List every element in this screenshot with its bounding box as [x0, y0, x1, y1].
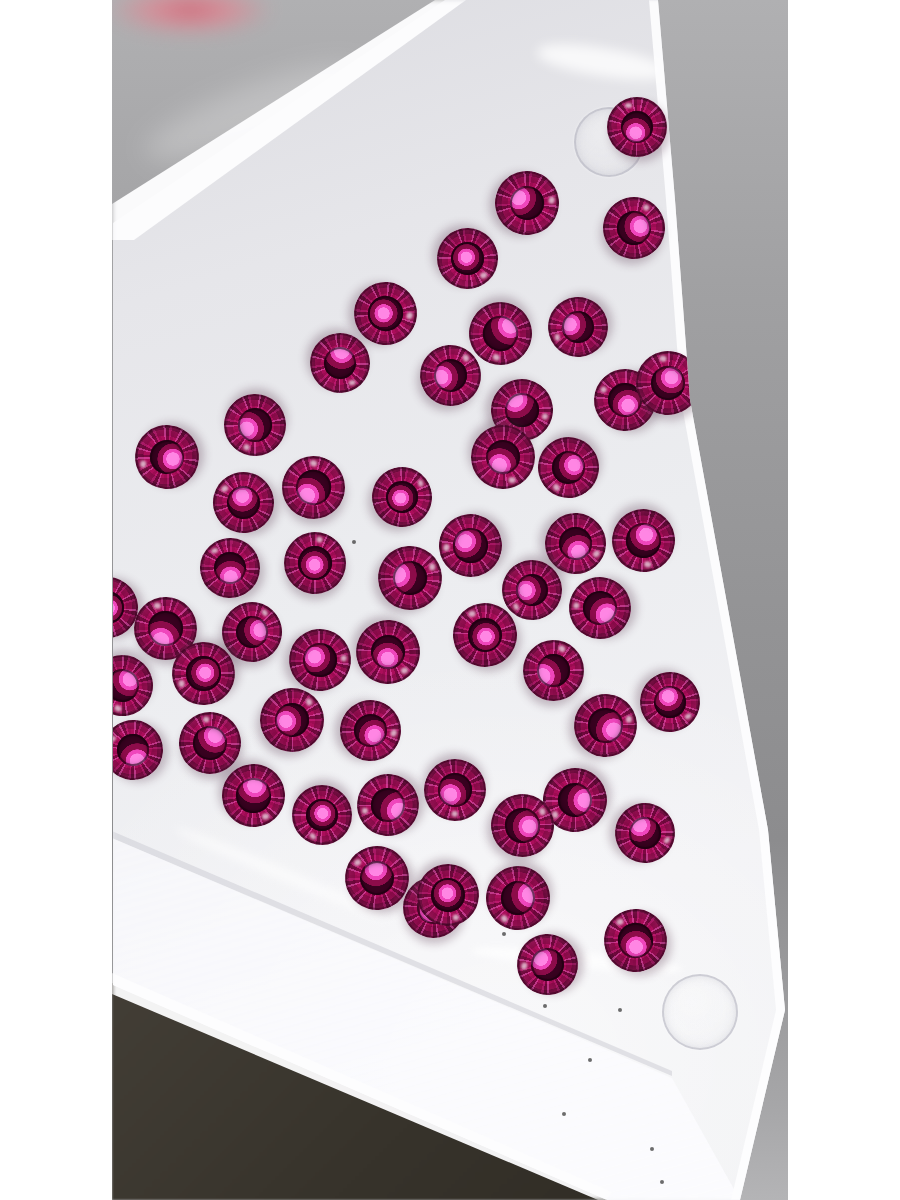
rhinestone-32 [414, 749, 495, 830]
photograph [112, 0, 788, 1200]
rhinestone-14 [201, 460, 285, 544]
rhinestone-46 [280, 773, 365, 858]
rhinestone-30 [570, 690, 640, 760]
rhinestone-11 [305, 328, 375, 398]
rhinestone-16 [365, 460, 438, 533]
rhinestones-layer [112, 0, 788, 1200]
scuff-streak-2 [676, 80, 727, 177]
rhinestone-25 [606, 503, 681, 578]
rhinestone-31 [629, 661, 711, 743]
rhinestone-21 [192, 530, 269, 607]
rhinestone-55 [595, 900, 674, 979]
rhinestone-22 [272, 520, 358, 606]
rhinestone-54 [508, 925, 586, 1003]
photo-stage [0, 0, 900, 1200]
rhinestone-12 [211, 381, 299, 469]
rhinestone-47 [353, 770, 423, 840]
rhinestone-3 [487, 163, 566, 242]
rhinestone-38 [347, 611, 428, 692]
rhinestone-53 [474, 854, 563, 943]
rhinestone-41 [112, 708, 175, 793]
rhinestone-23 [376, 544, 444, 612]
rhinestone-4 [428, 219, 507, 298]
rhinestone-51 [603, 791, 688, 876]
rhinestone-29 [510, 627, 596, 713]
rhinestone-45 [217, 759, 288, 830]
rhinestone-44 [329, 689, 412, 772]
rhinestone-15 [272, 446, 354, 528]
rhinestone-20 [431, 506, 510, 585]
pink-reflection-blur [112, 0, 274, 36]
rhinestone-2 [591, 185, 678, 272]
rhinestone-27 [558, 566, 642, 650]
right-white-border [788, 0, 900, 1200]
rhinestone-1 [607, 97, 667, 157]
scuff-streak-3 [690, 266, 735, 306]
rhinestone-19 [525, 424, 610, 509]
rhinestone-13 [132, 422, 202, 492]
rhinestone-18 [470, 424, 535, 489]
rhinestone-6 [545, 294, 610, 359]
left-white-border [0, 0, 112, 1200]
